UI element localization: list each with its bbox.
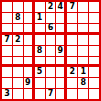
cell-r1c8[interactable] [78,2,88,12]
cell-r1c2[interactable] [13,2,23,12]
cell-r9c4[interactable] [35,89,45,99]
cell-r9c7[interactable] [67,89,77,99]
cell-r5c2[interactable] [13,46,23,56]
cell-r2c3[interactable] [24,13,34,23]
cell-r9c5[interactable]: 7 [46,89,56,99]
cell-r4c8[interactable] [78,35,88,45]
cell-r4c5[interactable] [46,35,56,45]
cell-r7c8[interactable]: 1 [78,67,88,77]
cell-r3c2[interactable] [13,24,23,34]
cell-r1c1[interactable] [2,2,12,12]
cell-r6c6[interactable] [56,57,66,67]
cell-r4c3[interactable] [24,35,34,45]
cell-r1c7[interactable]: 7 [67,2,77,12]
cell-r3c8[interactable] [78,24,88,34]
cell-r1c5[interactable]: 2 [46,2,56,12]
cell-r6c9[interactable] [89,57,99,67]
cell-r8c7[interactable] [67,78,77,88]
cell-r5c5[interactable] [46,46,56,56]
cell-r3c9[interactable] [89,24,99,34]
cell-r7c7[interactable]: 2 [67,67,77,77]
cell-r7c6[interactable] [56,67,66,77]
cell-r6c1[interactable] [2,57,12,67]
cell-r4c6[interactable] [56,35,66,45]
cell-r1c3[interactable] [24,2,34,12]
cell-r3c4[interactable] [35,24,45,34]
cell-r9c9[interactable] [89,89,99,99]
cell-r7c5[interactable] [46,67,56,77]
cell-r2c1[interactable] [2,13,12,23]
sudoku-board: 24781672895219837 [0,0,101,101]
cell-r9c1[interactable]: 3 [2,89,12,99]
cell-r8c3[interactable]: 9 [24,78,34,88]
cell-r2c4[interactable]: 1 [35,13,45,23]
cell-r5c6[interactable]: 9 [56,46,66,56]
cell-r2c8[interactable] [78,13,88,23]
cell-r3c6[interactable] [56,24,66,34]
cell-r1c6[interactable]: 4 [56,2,66,12]
cell-r9c6[interactable] [56,89,66,99]
cell-r2c9[interactable] [89,13,99,23]
cell-r8c6[interactable] [56,78,66,88]
cell-r4c1[interactable]: 7 [2,35,12,45]
cell-r8c8[interactable]: 8 [78,78,88,88]
cell-r8c4[interactable] [35,78,45,88]
cell-r1c4[interactable] [35,2,45,12]
cell-r2c7[interactable] [67,13,77,23]
cell-r9c8[interactable] [78,89,88,99]
cell-r7c9[interactable] [89,67,99,77]
cell-r6c8[interactable] [78,57,88,67]
cell-r5c7[interactable] [67,46,77,56]
cell-r6c5[interactable] [46,57,56,67]
cell-r2c5[interactable] [46,13,56,23]
cell-r3c1[interactable] [2,24,12,34]
cell-r2c2[interactable]: 8 [13,13,23,23]
cell-r3c7[interactable] [67,24,77,34]
cell-r4c4[interactable] [35,35,45,45]
cell-r8c9[interactable] [89,78,99,88]
cell-r4c7[interactable] [67,35,77,45]
cell-r8c2[interactable] [13,78,23,88]
cell-r6c4[interactable] [35,57,45,67]
cell-r8c5[interactable] [46,78,56,88]
cell-r5c4[interactable]: 8 [35,46,45,56]
cell-r2c6[interactable] [56,13,66,23]
cell-r3c3[interactable] [24,24,34,34]
cell-r5c1[interactable] [2,46,12,56]
cell-r4c9[interactable] [89,35,99,45]
cell-r7c2[interactable] [13,67,23,77]
cell-r3c5[interactable]: 6 [46,24,56,34]
cell-r6c7[interactable] [67,57,77,67]
cell-r4c2[interactable]: 2 [13,35,23,45]
cell-r8c1[interactable] [2,78,12,88]
cell-r9c2[interactable] [13,89,23,99]
cell-r7c3[interactable] [24,67,34,77]
cell-r6c3[interactable] [24,57,34,67]
cell-r7c4[interactable]: 5 [35,67,45,77]
cell-r1c9[interactable] [89,2,99,12]
cell-r9c3[interactable] [24,89,34,99]
cell-r5c9[interactable] [89,46,99,56]
cell-r7c1[interactable] [2,67,12,77]
cell-r5c3[interactable] [24,46,34,56]
cell-r6c2[interactable] [13,57,23,67]
cell-r5c8[interactable] [78,46,88,56]
